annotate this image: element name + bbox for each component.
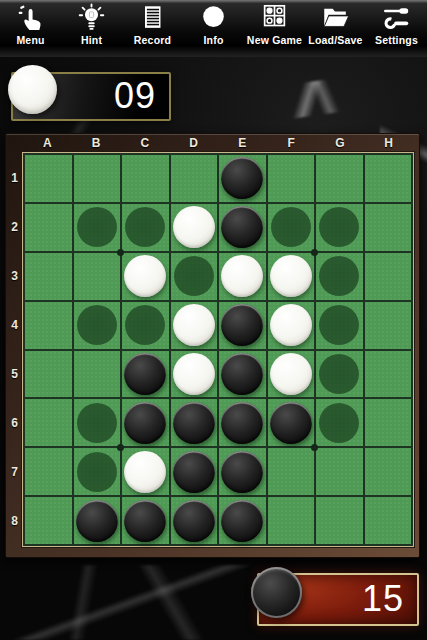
tools-icon (380, 3, 413, 33)
black-disc (173, 451, 215, 493)
cell-H7[interactable] (365, 448, 412, 495)
column-labels: ABCDEFGH (23, 134, 413, 153)
info-button[interactable]: Info (183, 0, 244, 57)
record-sheet-icon (136, 3, 169, 33)
cell-E2[interactable] (219, 204, 266, 251)
cell-G8[interactable] (316, 497, 363, 544)
info-label: Info (203, 34, 223, 46)
row-label-2: 2 (6, 202, 23, 251)
black-disc (221, 304, 263, 346)
white-player-disc (8, 65, 57, 114)
cell-A5[interactable] (25, 351, 72, 398)
menu-label: Menu (16, 34, 44, 46)
marble-vein (253, 75, 367, 124)
cell-D3[interactable] (171, 253, 218, 300)
black-disc (221, 451, 263, 493)
new-game-board-icon (258, 3, 291, 33)
cell-A1[interactable] (25, 155, 72, 202)
white-disc (270, 304, 312, 346)
cell-H5[interactable] (365, 351, 412, 398)
cell-B4[interactable] (74, 302, 121, 349)
white-disc (124, 451, 166, 493)
cell-F4[interactable] (268, 302, 315, 349)
cell-H2[interactable] (365, 204, 412, 251)
cell-E3[interactable] (219, 253, 266, 300)
cell-F7[interactable] (268, 448, 315, 495)
black-disc (221, 157, 263, 199)
column-label-B: B (72, 134, 121, 153)
cell-E7[interactable] (219, 448, 266, 495)
folder-icon (319, 3, 352, 33)
cell-D7[interactable] (171, 448, 218, 495)
column-label-H: H (364, 134, 413, 153)
white-disc (221, 255, 263, 297)
cell-B1[interactable] (74, 155, 121, 202)
toolbar: Menu Hint (0, 0, 427, 57)
cell-A7[interactable] (25, 448, 72, 495)
cell-C8[interactable] (122, 497, 169, 544)
legal-move-hint[interactable] (125, 305, 165, 345)
cell-C3[interactable] (122, 253, 169, 300)
hand-tap-icon (14, 3, 47, 33)
cell-E8[interactable] (219, 497, 266, 544)
cell-F8[interactable] (268, 497, 315, 544)
legal-move-hint[interactable] (319, 403, 359, 443)
lightbulb-icon (75, 3, 108, 33)
black-disc (221, 353, 263, 395)
cell-H4[interactable] (365, 302, 412, 349)
cell-E5[interactable] (219, 351, 266, 398)
cell-C5[interactable] (122, 351, 169, 398)
cell-E6[interactable] (219, 399, 266, 446)
legal-move-hint[interactable] (174, 256, 214, 296)
new-game-label: New Game (247, 34, 302, 46)
legal-move-hint[interactable] (125, 207, 165, 247)
white-disc (270, 255, 312, 297)
row-label-3: 3 (6, 251, 23, 300)
new-game-button[interactable]: New Game (244, 0, 305, 57)
row-label-7: 7 (6, 448, 23, 497)
white-disc (124, 255, 166, 297)
white-disc (173, 304, 215, 346)
black-disc (270, 402, 312, 444)
board-star-dot (311, 249, 318, 256)
white-disc (270, 353, 312, 395)
cell-F1[interactable] (268, 155, 315, 202)
cell-C1[interactable] (122, 155, 169, 202)
cell-G1[interactable] (316, 155, 363, 202)
hint-label: Hint (81, 34, 102, 46)
board-grid (23, 153, 413, 546)
hint-button[interactable]: Hint (61, 0, 122, 57)
cell-D4[interactable] (171, 302, 218, 349)
cell-G2[interactable] (316, 204, 363, 251)
black-disc (173, 500, 215, 542)
cell-G5[interactable] (316, 351, 363, 398)
black-disc (221, 402, 263, 444)
cell-B5[interactable] (74, 351, 121, 398)
column-label-E: E (218, 134, 267, 153)
cell-H6[interactable] (365, 399, 412, 446)
column-label-D: D (169, 134, 218, 153)
cell-G3[interactable] (316, 253, 363, 300)
black-disc (173, 402, 215, 444)
black-score: 15 (362, 577, 404, 619)
menu-button[interactable]: Menu (0, 0, 61, 57)
settings-label: Settings (375, 34, 418, 46)
board-star-dot (117, 444, 124, 451)
settings-button[interactable]: Settings (366, 0, 427, 57)
cell-B8[interactable] (74, 497, 121, 544)
black-disc (124, 353, 166, 395)
cell-F3[interactable] (268, 253, 315, 300)
cell-F6[interactable] (268, 399, 315, 446)
cell-C7[interactable] (122, 448, 169, 495)
legal-move-hint[interactable] (319, 354, 359, 394)
cell-A3[interactable] (25, 253, 72, 300)
cell-G6[interactable] (316, 399, 363, 446)
cell-E1[interactable] (219, 155, 266, 202)
white-score-panel: 09 (11, 72, 171, 121)
othello-app-screen: Menu Hint (0, 0, 427, 640)
cell-D2[interactable] (171, 204, 218, 251)
black-score-panel: 15 (257, 573, 419, 626)
cell-G4[interactable] (316, 302, 363, 349)
cell-H3[interactable] (365, 253, 412, 300)
cell-D8[interactable] (171, 497, 218, 544)
cell-C4[interactable] (122, 302, 169, 349)
row-label-1: 1 (6, 153, 23, 202)
white-disc-icon (197, 3, 230, 33)
legal-move-hint[interactable] (77, 207, 117, 247)
board-frame: ABCDEFGH 12345678 (5, 133, 420, 558)
column-label-A: A (23, 134, 72, 153)
legal-move-hint[interactable] (77, 305, 117, 345)
black-disc (221, 500, 263, 542)
record-label: Record (134, 34, 171, 46)
black-disc (221, 206, 263, 248)
legal-move-hint[interactable] (319, 305, 359, 345)
cell-E4[interactable] (219, 302, 266, 349)
cell-G7[interactable] (316, 448, 363, 495)
legal-move-hint[interactable] (271, 207, 311, 247)
legal-move-hint[interactable] (77, 403, 117, 443)
cell-A4[interactable] (25, 302, 72, 349)
cell-B7[interactable] (74, 448, 121, 495)
black-disc (124, 500, 166, 542)
marble-vein (10, 565, 250, 640)
legal-move-hint[interactable] (319, 256, 359, 296)
column-label-G: G (316, 134, 365, 153)
load-save-label: Load/Save (308, 34, 362, 46)
cell-H8[interactable] (365, 497, 412, 544)
board-star-dot (311, 444, 318, 451)
board-star-dot (117, 249, 124, 256)
cell-C2[interactable] (122, 204, 169, 251)
cell-C6[interactable] (122, 399, 169, 446)
cell-D6[interactable] (171, 399, 218, 446)
cell-A2[interactable] (25, 204, 72, 251)
cell-D5[interactable] (171, 351, 218, 398)
black-player-disc (251, 567, 302, 618)
cell-D1[interactable] (171, 155, 218, 202)
cell-A8[interactable] (25, 497, 72, 544)
row-label-8: 8 (6, 497, 23, 546)
legal-move-hint[interactable] (77, 452, 117, 492)
cell-B3[interactable] (74, 253, 121, 300)
column-label-F: F (267, 134, 316, 153)
row-labels: 12345678 (6, 153, 23, 546)
cell-B6[interactable] (74, 399, 121, 446)
row-label-5: 5 (6, 350, 23, 399)
row-label-4: 4 (6, 300, 23, 349)
legal-move-hint[interactable] (319, 207, 359, 247)
column-label-C: C (121, 134, 170, 153)
cell-B2[interactable] (74, 204, 121, 251)
cell-H1[interactable] (365, 155, 412, 202)
white-disc (173, 353, 215, 395)
load-save-button[interactable]: Load/Save (305, 0, 366, 57)
record-button[interactable]: Record (122, 0, 183, 57)
black-disc (76, 500, 118, 542)
black-disc (124, 402, 166, 444)
cell-A6[interactable] (25, 399, 72, 446)
row-label-6: 6 (6, 399, 23, 448)
cell-F2[interactable] (268, 204, 315, 251)
white-score: 09 (114, 74, 156, 116)
cell-F5[interactable] (268, 351, 315, 398)
white-disc (173, 206, 215, 248)
